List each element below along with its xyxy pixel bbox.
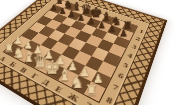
- chess-board-assembly: АБВГДЕЖЗ 12345678 ♜♞♝♛♚♝♞♜♟♟♟♟♟♟♟♟♟♟♟♟♟♟…: [0, 0, 167, 105]
- white-pawn: ♟: [67, 61, 77, 72]
- board-photo: АБВГДЕЖЗ 12345678 ♜♞♝♛♚♝♞♜♟♟♟♟♟♟♟♟♟♟♟♟♟♟…: [0, 0, 175, 105]
- scene: АБВГДЕЖЗ 12345678 ♜♞♝♛♚♝♞♜♟♟♟♟♟♟♟♟♟♟♟♟♟♟…: [0, 0, 160, 105]
